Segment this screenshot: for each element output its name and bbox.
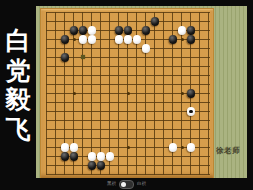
white-stone — [97, 152, 106, 161]
toggle-knob-icon — [121, 182, 127, 188]
black-stone — [61, 53, 70, 62]
watermark-text: 徐老师 — [216, 146, 252, 156]
star-point — [181, 92, 184, 95]
black-stone — [97, 161, 106, 170]
white-stone — [169, 143, 178, 152]
white-toggle-label: 白棋 — [137, 182, 146, 187]
player-caption: 白党毅飞 — [1, 26, 35, 144]
white-stone — [178, 26, 187, 35]
black-stone — [88, 161, 97, 170]
star-point — [73, 92, 76, 95]
black-stone — [79, 26, 88, 35]
star-point — [181, 38, 184, 41]
screenshot-stage: 白党毅飞 徐老师 黑棋 白棋 — [0, 0, 253, 190]
black-stone — [124, 26, 133, 35]
star-point — [73, 38, 76, 41]
letterbox-top — [0, 0, 253, 6]
black-stone — [61, 35, 70, 44]
black-stone — [187, 26, 196, 35]
black-stone — [142, 26, 151, 35]
white-stone — [79, 35, 88, 44]
black-stone — [187, 35, 196, 44]
white-stone — [88, 152, 97, 161]
white-stone — [61, 143, 70, 152]
black-toggle-label: 黑棋 — [107, 182, 116, 187]
last-move-marker-icon — [189, 110, 192, 113]
black-stone — [70, 26, 79, 35]
aux-marker-icon — [81, 55, 85, 59]
star-point — [127, 146, 130, 149]
white-stone — [88, 35, 97, 44]
go-board[interactable] — [40, 8, 214, 179]
black-stone — [115, 26, 124, 35]
star-point — [127, 92, 130, 95]
black-stone — [70, 152, 79, 161]
color-toggle-switch[interactable] — [119, 180, 134, 189]
white-stone — [88, 26, 97, 35]
black-stone — [169, 35, 178, 44]
white-stone — [70, 143, 79, 152]
black-stone — [61, 152, 70, 161]
white-stone — [133, 35, 142, 44]
black-stone — [151, 17, 160, 26]
stone-color-toggle-group: 黑棋 白棋 — [90, 179, 163, 190]
star-point — [181, 146, 184, 149]
white-stone — [106, 152, 115, 161]
white-stone — [115, 35, 124, 44]
white-stone — [142, 44, 151, 53]
white-stone — [124, 35, 133, 44]
black-stone — [187, 89, 196, 98]
white-stone — [187, 143, 196, 152]
